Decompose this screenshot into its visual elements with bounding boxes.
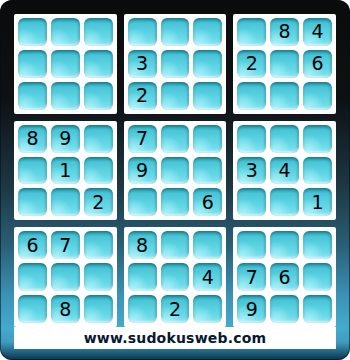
sudoku-cell-r4c6[interactable]: [193, 125, 222, 153]
sudoku-cell-r2c6[interactable]: [193, 50, 222, 78]
sudoku-cell-r7c5[interactable]: [161, 231, 190, 259]
sudoku-cell-r9c3[interactable]: [84, 295, 113, 323]
sudoku-cell-r2c2[interactable]: [51, 50, 80, 78]
sudoku-cell-r7c4[interactable]: 8: [128, 231, 157, 259]
sudoku-cell-r3c3[interactable]: [84, 82, 113, 110]
sudoku-box-7: 678: [14, 227, 117, 327]
sudoku-cell-r1c6[interactable]: [193, 18, 222, 46]
sudoku-cell-r8c6[interactable]: 4: [193, 263, 222, 291]
sudoku-cell-r6c8[interactable]: [270, 188, 299, 216]
sudoku-cell-r7c9[interactable]: [303, 231, 332, 259]
sudoku-cell-r3c8[interactable]: [270, 82, 299, 110]
sudoku-cell-r3c2[interactable]: [51, 82, 80, 110]
sudoku-cell-r9c8[interactable]: [270, 295, 299, 323]
sudoku-board: 32 8426 8912 796 341 678 842 769: [14, 14, 336, 327]
sudoku-cell-r7c7[interactable]: [237, 231, 266, 259]
board-frame: 32 8426 8912 796 341 678 842 769 www.sud…: [0, 0, 350, 360]
sudoku-box-4: 8912: [14, 121, 117, 221]
sudoku-cell-r8c8[interactable]: 6: [270, 263, 299, 291]
sudoku-cell-r2c3[interactable]: [84, 50, 113, 78]
sudoku-cell-r6c3[interactable]: 2: [84, 188, 113, 216]
sudoku-box-8: 842: [124, 227, 227, 327]
sudoku-cell-r4c9[interactable]: [303, 125, 332, 153]
sudoku-cell-r7c8[interactable]: [270, 231, 299, 259]
sudoku-cell-r6c2[interactable]: [51, 188, 80, 216]
sudoku-box-3: 8426: [233, 14, 336, 114]
sudoku-cell-r2c4[interactable]: 3: [128, 50, 157, 78]
sudoku-cell-r8c5[interactable]: [161, 263, 190, 291]
sudoku-cell-r5c1[interactable]: [18, 157, 47, 185]
sudoku-cell-r2c5[interactable]: [161, 50, 190, 78]
sudoku-cell-r3c7[interactable]: [237, 82, 266, 110]
sudoku-cell-r1c4[interactable]: [128, 18, 157, 46]
sudoku-cell-r9c7[interactable]: 9: [237, 295, 266, 323]
sudoku-cell-r1c7[interactable]: [237, 18, 266, 46]
sudoku-cell-r4c7[interactable]: [237, 125, 266, 153]
sudoku-box-9: 769: [233, 227, 336, 327]
sudoku-cell-r8c2[interactable]: [51, 263, 80, 291]
sudoku-cell-r4c3[interactable]: [84, 125, 113, 153]
sudoku-cell-r1c3[interactable]: [84, 18, 113, 46]
sudoku-cell-r7c3[interactable]: [84, 231, 113, 259]
sudoku-cell-r9c4[interactable]: [128, 295, 157, 323]
sudoku-cell-r5c5[interactable]: [161, 157, 190, 185]
sudoku-box-1: [14, 14, 117, 114]
sudoku-cell-r5c8[interactable]: 4: [270, 157, 299, 185]
sudoku-cell-r5c7[interactable]: 3: [237, 157, 266, 185]
sudoku-cell-r4c8[interactable]: [270, 125, 299, 153]
sudoku-cell-r2c7[interactable]: 2: [237, 50, 266, 78]
sudoku-cell-r1c9[interactable]: 4: [303, 18, 332, 46]
sudoku-cell-r3c4[interactable]: 2: [128, 82, 157, 110]
sudoku-cell-r3c9[interactable]: [303, 82, 332, 110]
sudoku-cell-r2c1[interactable]: [18, 50, 47, 78]
sudoku-cell-r5c2[interactable]: 1: [51, 157, 80, 185]
sudoku-cell-r2c8[interactable]: [270, 50, 299, 78]
sudoku-cell-r5c6[interactable]: [193, 157, 222, 185]
sudoku-cell-r3c5[interactable]: [161, 82, 190, 110]
site-url-bar: www.sudokusweb.com: [14, 327, 336, 349]
sudoku-cell-r5c4[interactable]: 9: [128, 157, 157, 185]
sudoku-box-6: 341: [233, 121, 336, 221]
sudoku-cell-r6c1[interactable]: [18, 188, 47, 216]
sudoku-cell-r9c6[interactable]: [193, 295, 222, 323]
sudoku-cell-r6c5[interactable]: [161, 188, 190, 216]
sudoku-cell-r1c8[interactable]: 8: [270, 18, 299, 46]
sudoku-cell-r2c9[interactable]: 6: [303, 50, 332, 78]
sudoku-cell-r5c9[interactable]: [303, 157, 332, 185]
sudoku-cell-r4c2[interactable]: 9: [51, 125, 80, 153]
sudoku-cell-r6c9[interactable]: 1: [303, 188, 332, 216]
sudoku-box-2: 32: [124, 14, 227, 114]
sudoku-cell-r9c2[interactable]: 8: [51, 295, 80, 323]
sudoku-cell-r6c7[interactable]: [237, 188, 266, 216]
sudoku-cell-r7c1[interactable]: 6: [18, 231, 47, 259]
sudoku-cell-r8c1[interactable]: [18, 263, 47, 291]
sudoku-cell-r7c2[interactable]: 7: [51, 231, 80, 259]
sudoku-cell-r1c5[interactable]: [161, 18, 190, 46]
sudoku-cell-r3c6[interactable]: [193, 82, 222, 110]
sudoku-cell-r6c6[interactable]: 6: [193, 188, 222, 216]
sudoku-cell-r6c4[interactable]: [128, 188, 157, 216]
sudoku-box-5: 796: [124, 121, 227, 221]
sudoku-cell-r1c2[interactable]: [51, 18, 80, 46]
sudoku-cell-r9c1[interactable]: [18, 295, 47, 323]
sudoku-cell-r1c1[interactable]: [18, 18, 47, 46]
sudoku-cell-r4c4[interactable]: 7: [128, 125, 157, 153]
sudoku-cell-r9c5[interactable]: 2: [161, 295, 190, 323]
sudoku-cell-r9c9[interactable]: [303, 295, 332, 323]
sudoku-cell-r8c4[interactable]: [128, 263, 157, 291]
sudoku-cell-r8c9[interactable]: [303, 263, 332, 291]
sudoku-cell-r4c5[interactable]: [161, 125, 190, 153]
sudoku-cell-r8c3[interactable]: [84, 263, 113, 291]
sudoku-cell-r8c7[interactable]: 7: [237, 263, 266, 291]
sudoku-widget: 32 8426 8912 796 341 678 842 769 www.sud…: [0, 0, 350, 360]
sudoku-cell-r7c6[interactable]: [193, 231, 222, 259]
sudoku-cell-r5c3[interactable]: [84, 157, 113, 185]
sudoku-cell-r3c1[interactable]: [18, 82, 47, 110]
site-url-text: www.sudokusweb.com: [84, 330, 267, 346]
sudoku-cell-r4c1[interactable]: 8: [18, 125, 47, 153]
